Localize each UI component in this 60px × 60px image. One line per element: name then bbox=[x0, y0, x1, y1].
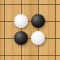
white-stone[interactable]: ○ bbox=[31, 31, 45, 45]
intersection[interactable] bbox=[46, 29, 60, 46]
intersection[interactable]: ● bbox=[12, 29, 29, 46]
intersection[interactable] bbox=[46, 12, 60, 29]
intersection[interactable]: ● bbox=[29, 12, 46, 29]
go-board: ○●●○ bbox=[0, 0, 60, 60]
black-stone[interactable]: ● bbox=[14, 31, 28, 45]
intersection[interactable]: ○ bbox=[12, 12, 29, 29]
intersection[interactable] bbox=[29, 0, 46, 12]
intersection[interactable] bbox=[46, 46, 60, 60]
intersection[interactable] bbox=[0, 29, 12, 46]
intersection[interactable] bbox=[29, 46, 46, 60]
intersection-grid: ○●●○ bbox=[0, 0, 60, 60]
intersection[interactable] bbox=[0, 0, 12, 12]
white-stone[interactable]: ○ bbox=[14, 14, 28, 28]
screenshot: ○●●○ bbox=[0, 0, 60, 60]
intersection[interactable] bbox=[0, 12, 12, 29]
intersection[interactable] bbox=[12, 0, 29, 12]
intersection[interactable] bbox=[46, 0, 60, 12]
intersection[interactable]: ○ bbox=[29, 29, 46, 46]
black-stone[interactable]: ● bbox=[31, 14, 45, 28]
intersection[interactable] bbox=[12, 46, 29, 60]
intersection[interactable] bbox=[0, 46, 12, 60]
